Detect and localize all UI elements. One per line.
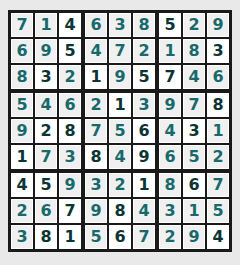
box-3: 529183746	[159, 13, 229, 89]
box-6: 978431652	[159, 93, 229, 169]
cell-r3c5[interactable]: 9	[109, 65, 131, 89]
cell-r5c5[interactable]: 5	[109, 119, 131, 143]
cell-r4c7[interactable]: 9	[159, 93, 181, 117]
cell-r6c6: 9	[133, 145, 155, 169]
cell-r9c6[interactable]: 7	[133, 225, 155, 249]
sudoku-board: 7146958326384721955291837465469281732137…	[8, 10, 232, 252]
cell-r8c6[interactable]: 4	[133, 199, 155, 223]
cell-r4c3[interactable]: 6	[59, 93, 81, 117]
cell-r4c9: 8	[207, 93, 229, 117]
cell-r5c1[interactable]: 9	[11, 119, 33, 143]
cell-r8c2[interactable]: 6	[35, 199, 57, 223]
cell-r7c6: 1	[133, 173, 155, 197]
cell-r6c3[interactable]: 3	[59, 145, 81, 169]
cell-r6c1: 1	[11, 145, 33, 169]
cell-r6c8[interactable]: 5	[183, 145, 205, 169]
cell-r2c1[interactable]: 6	[11, 39, 33, 63]
cell-r1c4[interactable]: 6	[85, 13, 107, 37]
cell-r8c7[interactable]: 3	[159, 199, 181, 223]
cell-r4c5: 1	[109, 93, 131, 117]
cell-r1c3: 4	[59, 13, 81, 37]
cell-r8c1[interactable]: 2	[11, 199, 33, 223]
cell-r4c6[interactable]: 3	[133, 93, 155, 117]
cell-r8c3: 7	[59, 199, 81, 223]
cell-r2c6[interactable]: 2	[133, 39, 155, 63]
cell-r2c3: 5	[59, 39, 81, 63]
cell-r4c2[interactable]: 4	[35, 93, 57, 117]
cell-r3c3[interactable]: 2	[59, 65, 81, 89]
cell-r9c4[interactable]: 5	[85, 225, 107, 249]
cell-r3c1[interactable]: 8	[11, 65, 33, 89]
box-1: 714695832	[11, 13, 81, 89]
cell-r2c7[interactable]: 1	[159, 39, 181, 63]
cell-r2c8[interactable]: 8	[183, 39, 205, 63]
cell-r5c4[interactable]: 7	[85, 119, 107, 143]
cell-r7c7[interactable]: 8	[159, 173, 181, 197]
cell-r6c2[interactable]: 7	[35, 145, 57, 169]
cell-r7c3[interactable]: 9	[59, 173, 81, 197]
cell-r2c2[interactable]: 9	[35, 39, 57, 63]
cell-r2c4[interactable]: 4	[85, 39, 107, 63]
cell-r6c9[interactable]: 2	[207, 145, 229, 169]
cell-r1c9[interactable]: 9	[207, 13, 229, 37]
cell-r9c8[interactable]: 9	[183, 225, 205, 249]
cell-r9c7[interactable]: 2	[159, 225, 181, 249]
box-7: 459267381	[11, 173, 81, 249]
cell-r3c8[interactable]: 4	[183, 65, 205, 89]
cell-r4c4[interactable]: 2	[85, 93, 107, 117]
cell-r7c1: 4	[11, 173, 33, 197]
cell-r7c5[interactable]: 2	[109, 173, 131, 197]
cell-r4c8[interactable]: 7	[183, 93, 205, 117]
cell-r8c4[interactable]: 9	[85, 199, 107, 223]
cell-r3c2: 3	[35, 65, 57, 89]
cell-r9c2: 8	[35, 225, 57, 249]
cell-r9c9: 4	[207, 225, 229, 249]
cell-r2c5[interactable]: 7	[109, 39, 131, 63]
cell-r7c8: 6	[183, 173, 205, 197]
box-9: 867315294	[159, 173, 229, 249]
cell-r1c6[interactable]: 8	[133, 13, 155, 37]
cell-r5c2: 2	[35, 119, 57, 143]
cell-r6c7[interactable]: 6	[159, 145, 181, 169]
cell-r1c5[interactable]: 3	[109, 13, 131, 37]
cell-r5c3: 8	[59, 119, 81, 143]
cell-r7c2: 5	[35, 173, 57, 197]
cell-r4c1[interactable]: 5	[11, 93, 33, 117]
cell-r7c9[interactable]: 7	[207, 173, 229, 197]
cell-r3c9[interactable]: 6	[207, 65, 229, 89]
cell-r6c5[interactable]: 4	[109, 145, 131, 169]
cell-r2c9: 3	[207, 39, 229, 63]
cell-r3c4: 1	[85, 65, 107, 89]
cell-r1c1[interactable]: 7	[11, 13, 33, 37]
cell-r1c2[interactable]: 1	[35, 13, 57, 37]
box-5: 213756849	[85, 93, 155, 169]
cell-r5c9[interactable]: 1	[207, 119, 229, 143]
cell-r3c6: 5	[133, 65, 155, 89]
cell-r8c9[interactable]: 5	[207, 199, 229, 223]
cell-r6c4: 8	[85, 145, 107, 169]
cell-r5c6: 6	[133, 119, 155, 143]
box-4: 546928173	[11, 93, 81, 169]
cell-r7c4[interactable]: 3	[85, 173, 107, 197]
cell-r1c8[interactable]: 2	[183, 13, 205, 37]
cell-r9c3: 1	[59, 225, 81, 249]
box-8: 321984567	[85, 173, 155, 249]
cell-r5c8: 3	[183, 119, 205, 143]
cell-r1c7: 5	[159, 13, 181, 37]
cell-r5c7[interactable]: 4	[159, 119, 181, 143]
cell-r8c8[interactable]: 1	[183, 199, 205, 223]
box-2: 638472195	[85, 13, 155, 89]
cell-r9c5: 6	[109, 225, 131, 249]
cell-r3c7: 7	[159, 65, 181, 89]
cell-r9c1[interactable]: 3	[11, 225, 33, 249]
cell-r8c5: 8	[109, 199, 131, 223]
